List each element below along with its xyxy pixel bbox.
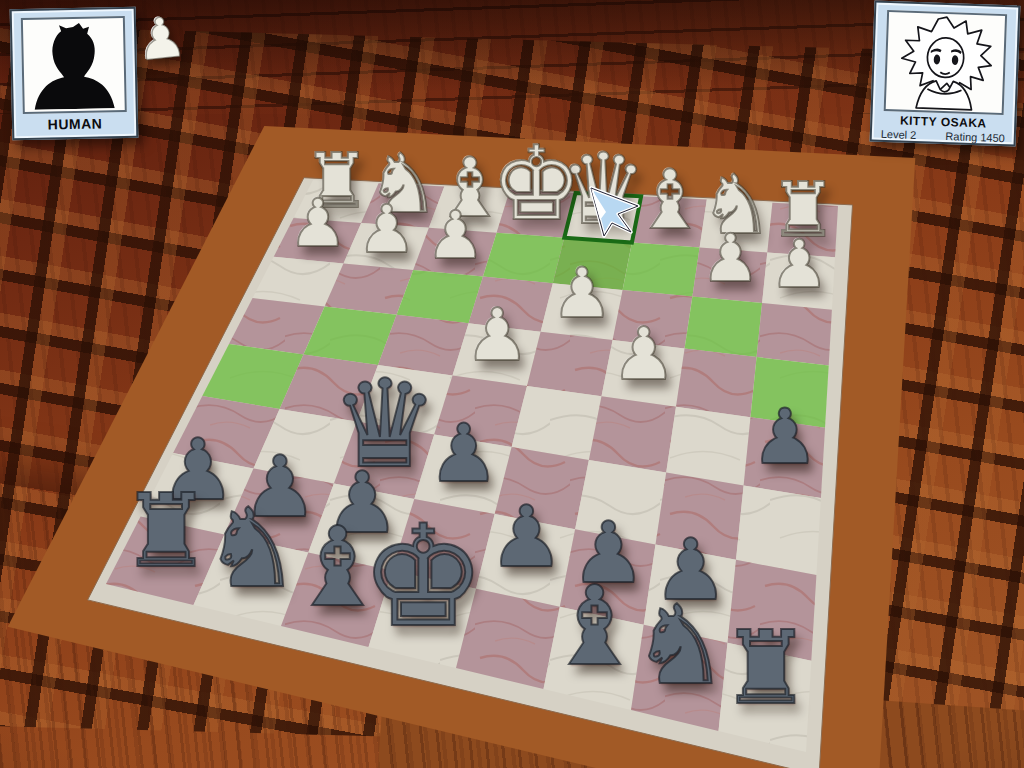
piece-white-pawn-d3[interactable]: ♟ [551,259,613,328]
piece-black-pawn-a5[interactable]: ♟ [751,399,819,475]
piece-white-pawn-c4[interactable]: ♟ [611,318,676,390]
piece-black-knight-g8[interactable]: ♞ [203,494,301,603]
piece-black-bishop-f8[interactable]: ♝ [288,513,386,622]
cpu-level-label: Level 2 [881,128,917,141]
cpu-rating-label: Rating 1450 [945,130,1005,144]
piece-black-rook-h8[interactable]: ♜ [121,481,212,583]
player-plaque-cpu: KITTY OSAKA Level 2 Rating 1450 [870,0,1021,146]
player-plaque-human: HUMAN [10,7,139,141]
piece-black-knight-b8[interactable]: ♞ [631,591,729,700]
piece-white-pawn-a2[interactable]: ♟ [769,231,828,297]
manga-girl-portrait-icon [888,13,1003,113]
piece-black-bishop-c8[interactable]: ♝ [545,572,643,681]
white-pawn-icon: ♟ [133,4,190,74]
piece-white-pawn-f2[interactable]: ♟ [426,202,485,268]
piece-white-pawn-e4[interactable]: ♟ [465,299,530,371]
piece-white-pawn-h2[interactable]: ♟ [288,191,347,257]
cpu-portrait [884,10,1007,115]
piece-white-pawn-g2[interactable]: ♟ [357,196,416,262]
human-portrait [21,16,127,114]
silhouette-portrait-icon [25,20,123,110]
piece-black-rook-a8[interactable]: ♜ [720,617,811,719]
piece-white-pawn-b2[interactable]: ♟ [701,225,760,291]
game-scene: ♜♞♝♚♝♞♜♟♟♟♟♟♟♟♛♟♟♟♟♟♟♟♟♟♜♞♝♛♚♝♞♜ HUMAN ♟ [0,0,1024,768]
human-name-label: HUMAN [48,115,103,132]
